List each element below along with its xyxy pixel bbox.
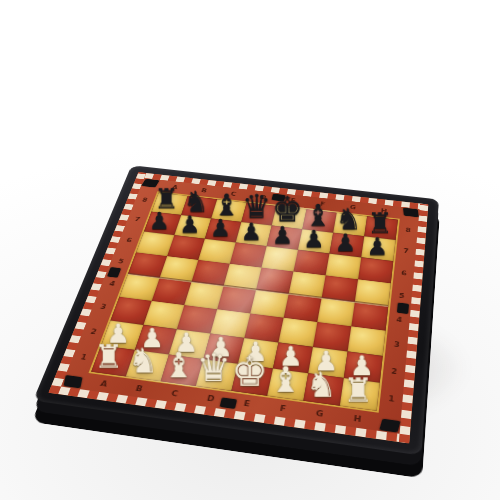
file-label: A (99, 380, 108, 388)
file-label: E (243, 399, 251, 408)
white-pawn: ♟ (273, 343, 309, 370)
file-label: E (290, 198, 296, 204)
square-h1: ♜ (340, 378, 380, 411)
file-label: D (206, 394, 215, 403)
rank-label: 6 (401, 270, 407, 277)
square-g7: ♟ (329, 233, 364, 258)
rank-label: 1 (79, 353, 88, 361)
white-pawn: ♟ (135, 325, 170, 352)
rank-label: 5 (117, 258, 125, 265)
square-d6 (230, 242, 267, 267)
file-label: B (135, 384, 144, 392)
rank-label: 8 (405, 227, 411, 233)
latch-mark (403, 208, 419, 218)
file-label: B (201, 188, 208, 194)
rank-label: 3 (393, 341, 400, 349)
square-e1: ♚ (231, 364, 273, 396)
product-photo: ABCDEFGH ABCDEFGH 87654321 87654321 ♜♞♝♛… (0, 0, 500, 500)
file-label: G (315, 409, 324, 418)
square-d7: ♟ (236, 222, 272, 246)
square-g2: ♟ (308, 347, 347, 378)
white-pawn: ♟ (344, 352, 380, 379)
file-label: H (353, 414, 362, 423)
file-label: F (320, 201, 326, 207)
white-pawn: ♟ (308, 348, 344, 375)
square-g6 (326, 254, 362, 280)
white-pawn: ♟ (101, 321, 136, 347)
rank-label: 1 (388, 395, 395, 404)
square-a3 (110, 297, 151, 325)
file-label: A (171, 185, 178, 191)
square-f1: ♝ (267, 368, 308, 400)
latch-mark (271, 194, 285, 202)
board-surface: ABCDEFGH ABCDEFGH 87654321 87654321 ♜♞♝♛… (49, 172, 429, 443)
rank-label: 4 (108, 281, 116, 288)
file-label: D (260, 194, 267, 200)
square-e6 (261, 246, 298, 271)
latch-mark (379, 419, 400, 433)
rank-label: 8 (141, 197, 148, 203)
latch-mark (63, 375, 82, 388)
square-f2: ♟ (273, 342, 313, 373)
square-c3 (177, 305, 217, 334)
file-label: F (279, 404, 287, 413)
rank-label: 2 (391, 367, 398, 375)
file-label: H (380, 208, 387, 214)
rank-label: 6 (125, 237, 132, 243)
perspective-stage: ABCDEFGH ABCDEFGH 87654321 87654321 ♜♞♝♛… (0, 0, 500, 500)
rank-label: 7 (403, 248, 409, 254)
file-label: C (230, 191, 237, 197)
chess-set: ABCDEFGH ABCDEFGH 87654321 87654321 ♜♞♝♛… (33, 165, 439, 455)
square-a1: ♜ (91, 345, 135, 376)
latch-mark (141, 179, 159, 188)
square-h6 (358, 257, 393, 283)
white-pawn: ♟ (238, 338, 273, 365)
rank-label: 3 (99, 304, 107, 311)
square-h7: ♟ (361, 236, 395, 261)
square-f6 (293, 250, 329, 276)
rank-label: 5 (398, 293, 404, 300)
square-f7: ♟ (298, 229, 333, 253)
white-pawn: ♟ (203, 334, 238, 361)
rank-label: 7 (133, 217, 140, 223)
file-label: G (349, 204, 356, 210)
square-f3 (278, 318, 317, 347)
square-g1: ♞ (303, 373, 343, 406)
rank-label: 4 (396, 316, 402, 323)
rank-label: 2 (89, 328, 97, 336)
file-label: C (170, 389, 179, 397)
square-b1: ♞ (126, 350, 169, 381)
black-pawn: ♟ (330, 231, 362, 255)
black-pawn: ♟ (298, 227, 330, 251)
